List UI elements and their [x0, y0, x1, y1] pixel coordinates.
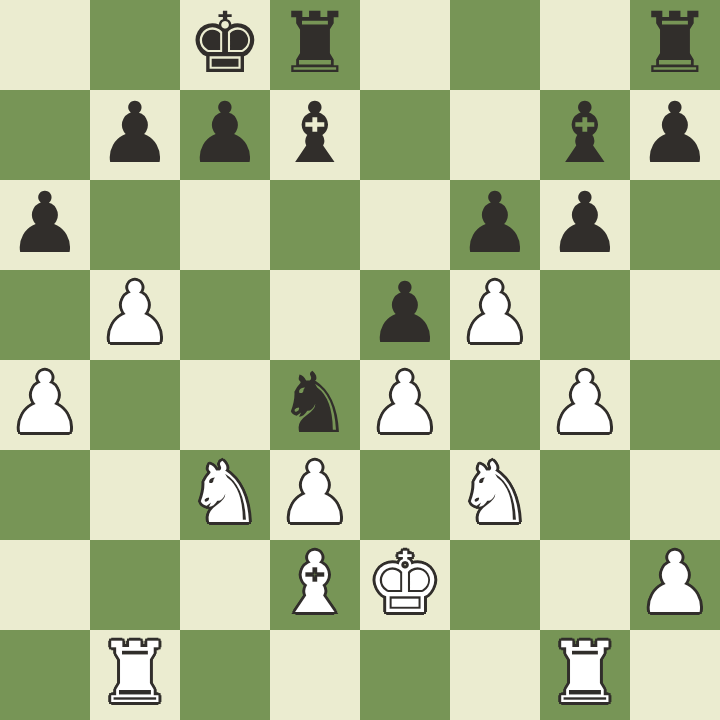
square-d3[interactable]: ♟: [270, 450, 360, 540]
black-bishop[interactable]: ♝: [277, 88, 352, 178]
black-knight[interactable]: ♞: [277, 358, 352, 448]
square-h4[interactable]: [630, 360, 720, 450]
black-pawn[interactable]: ♟: [7, 178, 82, 268]
square-e6[interactable]: [360, 180, 450, 270]
square-a8[interactable]: [0, 0, 90, 90]
square-a2[interactable]: [0, 540, 90, 630]
square-f4[interactable]: [450, 360, 540, 450]
square-f3[interactable]: ♞: [450, 450, 540, 540]
square-e2[interactable]: ♚: [360, 540, 450, 630]
square-c8[interactable]: ♚: [180, 0, 270, 90]
square-h8[interactable]: ♜: [630, 0, 720, 90]
square-b6[interactable]: [90, 180, 180, 270]
square-c4[interactable]: [180, 360, 270, 450]
square-h3[interactable]: [630, 450, 720, 540]
white-pawn[interactable]: ♟: [277, 448, 352, 538]
square-f6[interactable]: ♟: [450, 180, 540, 270]
square-d7[interactable]: ♝: [270, 90, 360, 180]
black-pawn[interactable]: ♟: [97, 88, 172, 178]
square-d1[interactable]: [270, 630, 360, 720]
square-e7[interactable]: [360, 90, 450, 180]
black-pawn[interactable]: ♟: [187, 88, 262, 178]
square-c5[interactable]: [180, 270, 270, 360]
white-rook[interactable]: ♜: [97, 628, 172, 718]
square-g4[interactable]: ♟: [540, 360, 630, 450]
square-b5[interactable]: ♟: [90, 270, 180, 360]
white-pawn[interactable]: ♟: [97, 268, 172, 358]
square-f5[interactable]: ♟: [450, 270, 540, 360]
square-b1[interactable]: ♜: [90, 630, 180, 720]
black-bishop[interactable]: ♝: [547, 88, 622, 178]
square-f2[interactable]: [450, 540, 540, 630]
square-c1[interactable]: [180, 630, 270, 720]
square-g3[interactable]: [540, 450, 630, 540]
black-rook[interactable]: ♜: [637, 0, 712, 88]
white-knight[interactable]: ♞: [187, 448, 262, 538]
square-h6[interactable]: [630, 180, 720, 270]
square-d4[interactable]: ♞: [270, 360, 360, 450]
square-d8[interactable]: ♜: [270, 0, 360, 90]
black-pawn[interactable]: ♟: [367, 268, 442, 358]
square-e8[interactable]: [360, 0, 450, 90]
white-knight[interactable]: ♞: [457, 448, 532, 538]
square-a7[interactable]: [0, 90, 90, 180]
square-h7[interactable]: ♟: [630, 90, 720, 180]
square-b7[interactable]: ♟: [90, 90, 180, 180]
square-a3[interactable]: [0, 450, 90, 540]
white-pawn[interactable]: ♟: [547, 358, 622, 448]
square-a4[interactable]: ♟: [0, 360, 90, 450]
square-b4[interactable]: [90, 360, 180, 450]
square-b3[interactable]: [90, 450, 180, 540]
square-a1[interactable]: [0, 630, 90, 720]
black-rook[interactable]: ♜: [277, 0, 352, 88]
white-pawn[interactable]: ♟: [637, 538, 712, 628]
square-d2[interactable]: ♝: [270, 540, 360, 630]
square-g7[interactable]: ♝: [540, 90, 630, 180]
square-b8[interactable]: [90, 0, 180, 90]
square-d5[interactable]: [270, 270, 360, 360]
square-h1[interactable]: [630, 630, 720, 720]
square-e1[interactable]: [360, 630, 450, 720]
square-c6[interactable]: [180, 180, 270, 270]
black-king[interactable]: ♚: [187, 0, 262, 88]
white-pawn[interactable]: ♟: [367, 358, 442, 448]
square-c7[interactable]: ♟: [180, 90, 270, 180]
square-h2[interactable]: ♟: [630, 540, 720, 630]
square-g5[interactable]: [540, 270, 630, 360]
square-e5[interactable]: ♟: [360, 270, 450, 360]
white-rook[interactable]: ♜: [547, 628, 622, 718]
square-h5[interactable]: [630, 270, 720, 360]
square-a6[interactable]: ♟: [0, 180, 90, 270]
black-pawn[interactable]: ♟: [637, 88, 712, 178]
square-c3[interactable]: ♞: [180, 450, 270, 540]
black-pawn[interactable]: ♟: [547, 178, 622, 268]
square-f1[interactable]: [450, 630, 540, 720]
white-king[interactable]: ♚: [367, 538, 442, 628]
square-a5[interactable]: [0, 270, 90, 360]
square-g6[interactable]: ♟: [540, 180, 630, 270]
square-b2[interactable]: [90, 540, 180, 630]
square-e4[interactable]: ♟: [360, 360, 450, 450]
square-g8[interactable]: [540, 0, 630, 90]
square-d6[interactable]: [270, 180, 360, 270]
white-bishop[interactable]: ♝: [277, 538, 352, 628]
square-g1[interactable]: ♜: [540, 630, 630, 720]
square-e3[interactable]: [360, 450, 450, 540]
black-pawn[interactable]: ♟: [457, 178, 532, 268]
white-pawn[interactable]: ♟: [457, 268, 532, 358]
chess-board: ♚♜♜♟♟♝♝♟♟♟♟♟♟♟♟♞♟♟♞♟♞♝♚♟♜♜: [0, 0, 720, 720]
square-g2[interactable]: [540, 540, 630, 630]
white-pawn[interactable]: ♟: [7, 358, 82, 448]
square-f7[interactable]: [450, 90, 540, 180]
square-c2[interactable]: [180, 540, 270, 630]
square-f8[interactable]: [450, 0, 540, 90]
